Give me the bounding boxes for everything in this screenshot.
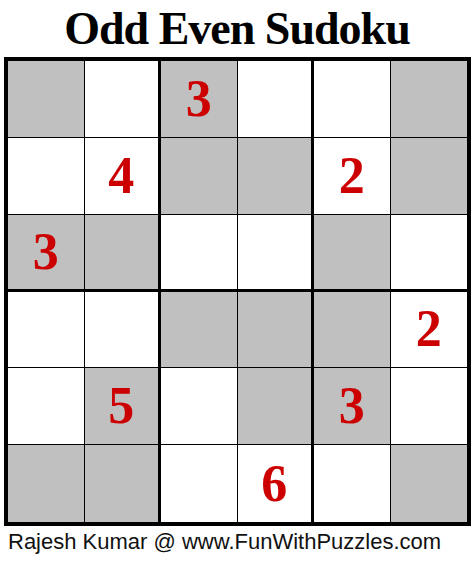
cell-r5c4[interactable] [238, 368, 315, 445]
cell-r3c5[interactable] [314, 215, 391, 292]
cell-r4c3[interactable] [161, 292, 238, 369]
cell-r1c2[interactable] [85, 61, 162, 138]
sudoku-board: 3 4 2 3 2 5 3 6 [4, 57, 471, 526]
cell-r6c1[interactable] [8, 445, 85, 522]
cell-r4c2[interactable] [85, 292, 162, 369]
cell-r5c1[interactable] [8, 368, 85, 445]
cell-r2c6[interactable] [391, 138, 468, 215]
cell-r5c6[interactable] [391, 368, 468, 445]
cell-r6c2[interactable] [85, 445, 162, 522]
cell-r2c2[interactable]: 4 [85, 138, 162, 215]
cell-r3c4[interactable] [238, 215, 315, 292]
cell-r2c1[interactable] [8, 138, 85, 215]
puzzle-title: Odd Even Sudoku [0, 0, 474, 56]
cell-r1c5[interactable] [314, 61, 391, 138]
cell-r4c1[interactable] [8, 292, 85, 369]
cell-r6c5[interactable] [314, 445, 391, 522]
cell-r2c3[interactable] [161, 138, 238, 215]
puzzle-page: Odd Even Sudoku 3 4 2 3 2 5 3 [0, 0, 474, 561]
cell-r5c3[interactable] [161, 368, 238, 445]
cell-r6c6[interactable] [391, 445, 468, 522]
cell-r3c1[interactable]: 3 [8, 215, 85, 292]
cell-r4c6[interactable]: 2 [391, 292, 468, 369]
cell-r4c4[interactable] [238, 292, 315, 369]
cell-r6c3[interactable] [161, 445, 238, 522]
cell-r6c4[interactable]: 6 [238, 445, 315, 522]
cell-r1c4[interactable] [238, 61, 315, 138]
cell-r4c5[interactable] [314, 292, 391, 369]
credit-text: Rajesh Kumar @ www.FunWithPuzzles.com [8, 527, 474, 557]
cell-r1c6[interactable] [391, 61, 468, 138]
cell-r3c6[interactable] [391, 215, 468, 292]
cell-r2c5[interactable]: 2 [314, 138, 391, 215]
cell-r3c3[interactable] [161, 215, 238, 292]
cell-r2c4[interactable] [238, 138, 315, 215]
cell-r1c1[interactable] [8, 61, 85, 138]
cell-r3c2[interactable] [85, 215, 162, 292]
cell-r1c3[interactable]: 3 [161, 61, 238, 138]
cell-r5c5[interactable]: 3 [314, 368, 391, 445]
cell-r5c2[interactable]: 5 [85, 368, 162, 445]
